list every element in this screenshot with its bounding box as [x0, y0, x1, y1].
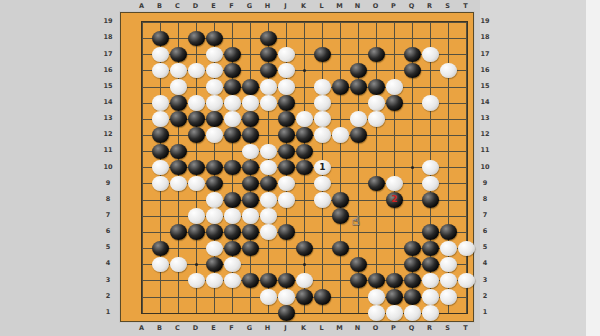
white-stone-O1: [368, 305, 385, 321]
row-label: 12: [100, 130, 116, 138]
white-stone-Q1: [404, 305, 421, 321]
black-stone-P8-move-2: 2: [386, 192, 403, 208]
white-stone-B13: [152, 111, 169, 127]
column-label: S: [441, 324, 455, 332]
white-stone-C15: [170, 79, 187, 95]
column-label: S: [441, 2, 455, 10]
black-stone-M5: [332, 241, 349, 257]
row-label: 16: [477, 66, 493, 74]
white-stone-L13: [314, 111, 331, 127]
column-label: B: [153, 2, 167, 10]
black-stone-J11: [278, 144, 295, 160]
white-stone-L14: [314, 95, 331, 111]
column-label: Q: [405, 324, 419, 332]
white-stone-O2: [368, 289, 385, 305]
right-edge-strip: [586, 0, 600, 336]
column-label: P: [387, 2, 401, 10]
white-stone-R17: [422, 47, 439, 63]
column-label: H: [261, 324, 275, 332]
column-label: K: [297, 2, 311, 10]
black-stone-G13: [242, 111, 259, 127]
white-stone-P15: [386, 79, 403, 95]
black-stone-N4: [350, 257, 367, 273]
column-label: Q: [405, 2, 419, 10]
row-label: 8: [100, 195, 116, 203]
white-stone-L12: [314, 127, 331, 143]
white-stone-H6: [260, 224, 277, 240]
white-stone-E15: [206, 79, 223, 95]
white-stone-B4: [152, 257, 169, 273]
black-stone-K12: [296, 127, 313, 143]
goban[interactable]: 12: [120, 12, 474, 322]
row-label: 1: [100, 308, 116, 316]
white-stone-G14: [242, 95, 259, 111]
row-label: 16: [100, 66, 116, 74]
row-label: 2: [100, 292, 116, 300]
column-label: M: [333, 324, 347, 332]
row-label: 19: [477, 17, 493, 25]
black-stone-N12: [350, 127, 367, 143]
black-stone-H17: [260, 47, 277, 63]
white-stone-H2: [260, 289, 277, 305]
black-stone-G12: [242, 127, 259, 143]
black-stone-K2: [296, 289, 313, 305]
row-label: 17: [477, 50, 493, 58]
black-stone-F12: [224, 127, 241, 143]
column-label: R: [423, 324, 437, 332]
row-label: 18: [100, 33, 116, 41]
white-stone-L15: [314, 79, 331, 95]
column-label: H: [261, 2, 275, 10]
row-label: 13: [477, 114, 493, 122]
black-stone-E4: [206, 257, 223, 273]
white-stone-D7: [188, 208, 205, 224]
white-stone-C4: [170, 257, 187, 273]
white-stone-J15: [278, 79, 295, 95]
black-stone-G8: [242, 192, 259, 208]
black-stone-F5: [224, 241, 241, 257]
row-label: 3: [100, 276, 116, 284]
black-stone-S6: [440, 224, 457, 240]
black-stone-R6: [422, 224, 439, 240]
white-stone-G7: [242, 208, 259, 224]
white-stone-S4: [440, 257, 457, 273]
column-label: O: [369, 2, 383, 10]
row-label: 18: [477, 33, 493, 41]
column-label: E: [207, 2, 221, 10]
column-label: J: [279, 2, 293, 10]
right-panel-shade: [480, 0, 586, 336]
black-stone-M7: [332, 208, 349, 224]
white-stone-H14: [260, 95, 277, 111]
white-stone-R14: [422, 95, 439, 111]
row-label: 9: [477, 179, 493, 187]
black-stone-P14: [386, 95, 403, 111]
black-stone-B5: [152, 241, 169, 257]
row-label: 19: [100, 17, 116, 25]
row-label: 12: [477, 130, 493, 138]
white-stone-F13: [224, 111, 241, 127]
column-label: G: [243, 2, 257, 10]
black-stone-G6: [242, 224, 259, 240]
white-stone-R2: [422, 289, 439, 305]
black-stone-M15: [332, 79, 349, 95]
row-label: 8: [477, 195, 493, 203]
black-stone-C13: [170, 111, 187, 127]
column-label: L: [315, 324, 329, 332]
black-stone-Q2: [404, 289, 421, 305]
black-stone-B18: [152, 31, 169, 47]
column-label: J: [279, 324, 293, 332]
white-stone-H11: [260, 144, 277, 160]
black-stone-C17: [170, 47, 187, 63]
black-stone-J13: [278, 111, 295, 127]
hand-cursor-icon: ☝: [352, 213, 360, 228]
row-label: 7: [477, 211, 493, 219]
column-label: D: [189, 2, 203, 10]
white-stone-B17: [152, 47, 169, 63]
column-label: R: [423, 2, 437, 10]
row-label: 5: [477, 243, 493, 251]
black-stone-O17: [368, 47, 385, 63]
row-label: 13: [100, 114, 116, 122]
black-stone-K5: [296, 241, 313, 257]
black-stone-Q5: [404, 241, 421, 257]
black-stone-J1: [278, 305, 295, 321]
black-stone-C14: [170, 95, 187, 111]
white-stone-F7: [224, 208, 241, 224]
black-stone-L2: [314, 289, 331, 305]
black-stone-F17: [224, 47, 241, 63]
black-stone-G15: [242, 79, 259, 95]
row-label: 15: [477, 82, 493, 90]
column-label: A: [135, 2, 149, 10]
white-stone-K13: [296, 111, 313, 127]
row-label: 15: [100, 82, 116, 90]
white-stone-O14: [368, 95, 385, 111]
column-label: O: [369, 324, 383, 332]
black-stone-H18: [260, 31, 277, 47]
black-stone-G5: [242, 241, 259, 257]
column-label: T: [459, 2, 473, 10]
white-stone-O13: [368, 111, 385, 127]
black-stone-J6: [278, 224, 295, 240]
white-stone-S5: [440, 241, 457, 257]
black-stone-F6: [224, 224, 241, 240]
black-stone-N15: [350, 79, 367, 95]
white-stone-E17: [206, 47, 223, 63]
white-stone-H8: [260, 192, 277, 208]
column-label: N: [351, 2, 365, 10]
column-label: F: [225, 2, 239, 10]
black-stone-B12: [152, 127, 169, 143]
white-stone-R1: [422, 305, 439, 321]
row-label: 2: [477, 292, 493, 300]
white-stone-F4: [224, 257, 241, 273]
black-stone-K11: [296, 144, 313, 160]
column-label: E: [207, 324, 221, 332]
white-stone-E5: [206, 241, 223, 257]
row-label: 7: [100, 211, 116, 219]
row-label: 4: [477, 259, 493, 267]
row-label: 11: [477, 146, 493, 154]
black-stone-J14: [278, 95, 295, 111]
column-label: B: [153, 324, 167, 332]
black-stone-D13: [188, 111, 205, 127]
black-stone-J12: [278, 127, 295, 143]
column-label: F: [225, 324, 239, 332]
white-stone-E12: [206, 127, 223, 143]
column-label: P: [387, 324, 401, 332]
black-stone-C6: [170, 224, 187, 240]
white-stone-E7: [206, 208, 223, 224]
column-label: D: [189, 324, 203, 332]
go-app-screen: 12 ☝ AABBCCDDEEFFGGHHJJKKLLMMNNOOPPQQRRS…: [0, 0, 600, 336]
black-stone-L17: [314, 47, 331, 63]
column-label: C: [171, 2, 185, 10]
row-label: 17: [100, 50, 116, 58]
row-label: 4: [100, 259, 116, 267]
black-stone-P2: [386, 289, 403, 305]
column-label: T: [459, 324, 473, 332]
white-stone-F14: [224, 95, 241, 111]
white-stone-E14: [206, 95, 223, 111]
white-stone-H7: [260, 208, 277, 224]
row-label: 9: [100, 179, 116, 187]
black-stone-F15: [224, 79, 241, 95]
black-stone-E13: [206, 111, 223, 127]
black-stone-D6: [188, 224, 205, 240]
column-label: K: [297, 324, 311, 332]
row-label: 1: [477, 308, 493, 316]
white-stone-B14: [152, 95, 169, 111]
black-stone-D18: [188, 31, 205, 47]
white-stone-S2: [440, 289, 457, 305]
star-point: [195, 263, 198, 266]
white-stone-N13: [350, 111, 367, 127]
white-stone-D14: [188, 95, 205, 111]
white-stone-G11: [242, 144, 259, 160]
row-label: 3: [477, 276, 493, 284]
black-stone-Q4: [404, 257, 421, 273]
row-label: 5: [100, 243, 116, 251]
column-label: M: [333, 2, 347, 10]
column-label: N: [351, 324, 365, 332]
white-stone-H15: [260, 79, 277, 95]
black-stone-E6: [206, 224, 223, 240]
row-label: 6: [100, 227, 116, 235]
row-label: 10: [477, 163, 493, 171]
black-stone-M8: [332, 192, 349, 208]
white-stone-E8: [206, 192, 223, 208]
black-stone-Q17: [404, 47, 421, 63]
white-stone-M12: [332, 127, 349, 143]
row-label: 14: [477, 98, 493, 106]
row-label: 14: [100, 98, 116, 106]
column-label: G: [243, 324, 257, 332]
row-label: 10: [100, 163, 116, 171]
black-stone-E18: [206, 31, 223, 47]
column-label: C: [171, 324, 185, 332]
white-stone-T5: [458, 241, 475, 257]
row-label: 11: [100, 146, 116, 154]
black-stone-D12: [188, 127, 205, 143]
black-stone-B11: [152, 144, 169, 160]
white-stone-L8: [314, 192, 331, 208]
column-label: L: [315, 2, 329, 10]
black-stone-R4: [422, 257, 439, 273]
black-stone-F8: [224, 192, 241, 208]
white-stone-J8: [278, 192, 295, 208]
row-label: 6: [477, 227, 493, 235]
black-stone-R8: [422, 192, 439, 208]
column-label: A: [135, 324, 149, 332]
white-stone-P1: [386, 305, 403, 321]
black-stone-O15: [368, 79, 385, 95]
star-point: [303, 263, 306, 266]
black-stone-R5: [422, 241, 439, 257]
white-stone-J2: [278, 289, 295, 305]
white-stone-J17: [278, 47, 295, 63]
black-stone-C11: [170, 144, 187, 160]
white-stone-T3: [458, 273, 475, 289]
